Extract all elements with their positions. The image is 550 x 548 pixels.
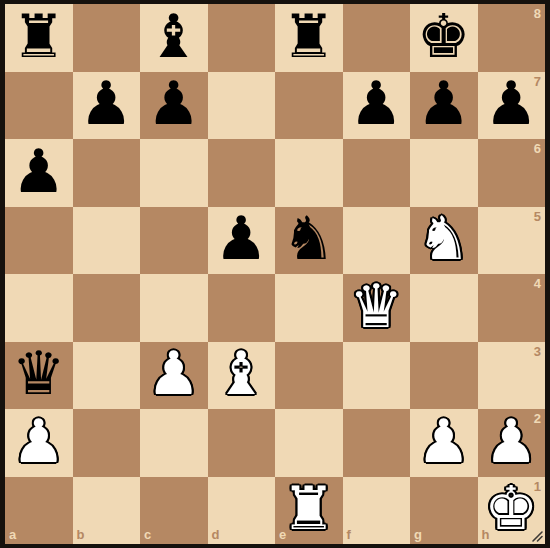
square-h1[interactable]: ♚h1 [478, 477, 546, 545]
square-g6[interactable] [410, 139, 478, 207]
square-c4[interactable] [140, 274, 208, 342]
rank-label-4: 4 [534, 276, 541, 291]
square-h8[interactable]: 8 [478, 4, 546, 72]
black-knight[interactable]: ♞ [282, 208, 336, 268]
black-pawn[interactable]: ♟ [12, 141, 66, 201]
square-b6[interactable] [73, 139, 141, 207]
square-h5[interactable]: 5 [478, 207, 546, 275]
file-label-c: c [144, 527, 151, 542]
square-g4[interactable] [410, 274, 478, 342]
black-queen[interactable]: ♛ [12, 343, 66, 403]
file-label-d: d [212, 527, 220, 542]
square-e8[interactable]: ♜ [275, 4, 343, 72]
rank-label-6: 6 [534, 141, 541, 156]
square-c3[interactable]: ♟ [140, 342, 208, 410]
square-f6[interactable] [343, 139, 411, 207]
square-g2[interactable]: ♟ [410, 409, 478, 477]
square-a5[interactable] [5, 207, 73, 275]
square-e4[interactable] [275, 274, 343, 342]
square-e6[interactable] [275, 139, 343, 207]
square-d1[interactable]: d [208, 477, 276, 545]
file-label-a: a [9, 527, 16, 542]
rank-label-5: 5 [534, 209, 541, 224]
square-b2[interactable] [73, 409, 141, 477]
square-h4[interactable]: 4 [478, 274, 546, 342]
square-e7[interactable] [275, 72, 343, 140]
square-b7[interactable]: ♟ [73, 72, 141, 140]
square-c7[interactable]: ♟ [140, 72, 208, 140]
square-c5[interactable] [140, 207, 208, 275]
square-d6[interactable] [208, 139, 276, 207]
square-h3[interactable]: 3 [478, 342, 546, 410]
square-g3[interactable] [410, 342, 478, 410]
square-c8[interactable]: ♝ [140, 4, 208, 72]
black-king[interactable]: ♚ [417, 6, 471, 66]
black-pawn[interactable]: ♟ [79, 73, 133, 133]
square-b1[interactable]: b [73, 477, 141, 545]
black-pawn[interactable]: ♟ [147, 73, 201, 133]
rank-label-8: 8 [534, 6, 541, 21]
square-f5[interactable] [343, 207, 411, 275]
white-pawn[interactable]: ♟ [12, 411, 66, 471]
board-resize-handle-icon[interactable] [531, 530, 544, 543]
black-rook[interactable]: ♜ [282, 6, 336, 66]
white-bishop[interactable]: ♝ [214, 343, 268, 403]
square-d2[interactable] [208, 409, 276, 477]
chess-board: ♜♝♜♚8♟♟♟♟♟7♟6♟♞♞5♛4♛♟♝3♟♟♟2abcd♜efg♚h1 [5, 4, 545, 544]
square-a2[interactable]: ♟ [5, 409, 73, 477]
square-d3[interactable]: ♝ [208, 342, 276, 410]
square-e2[interactable] [275, 409, 343, 477]
black-pawn[interactable]: ♟ [214, 208, 268, 268]
white-pawn[interactable]: ♟ [417, 411, 471, 471]
square-h2[interactable]: ♟2 [478, 409, 546, 477]
white-rook[interactable]: ♜ [282, 478, 336, 538]
square-c6[interactable] [140, 139, 208, 207]
square-g7[interactable]: ♟ [410, 72, 478, 140]
square-d8[interactable] [208, 4, 276, 72]
square-a4[interactable] [5, 274, 73, 342]
square-f2[interactable] [343, 409, 411, 477]
black-pawn[interactable]: ♟ [484, 73, 538, 133]
square-h6[interactable]: 6 [478, 139, 546, 207]
square-b3[interactable] [73, 342, 141, 410]
square-g1[interactable]: g [410, 477, 478, 545]
square-a3[interactable]: ♛ [5, 342, 73, 410]
square-e1[interactable]: ♜e [275, 477, 343, 545]
black-pawn[interactable]: ♟ [417, 73, 471, 133]
square-h7[interactable]: ♟7 [478, 72, 546, 140]
square-g8[interactable]: ♚ [410, 4, 478, 72]
square-e3[interactable] [275, 342, 343, 410]
square-c2[interactable] [140, 409, 208, 477]
square-c1[interactable]: c [140, 477, 208, 545]
square-a8[interactable]: ♜ [5, 4, 73, 72]
square-a1[interactable]: a [5, 477, 73, 545]
file-label-g: g [414, 527, 422, 542]
file-label-f: f [347, 527, 351, 542]
white-pawn[interactable]: ♟ [484, 411, 538, 471]
white-knight[interactable]: ♞ [417, 208, 471, 268]
square-d5[interactable]: ♟ [208, 207, 276, 275]
white-queen[interactable]: ♛ [349, 276, 403, 336]
square-b5[interactable] [73, 207, 141, 275]
square-g5[interactable]: ♞ [410, 207, 478, 275]
square-b8[interactable] [73, 4, 141, 72]
square-f4[interactable]: ♛ [343, 274, 411, 342]
black-pawn[interactable]: ♟ [349, 73, 403, 133]
square-d4[interactable] [208, 274, 276, 342]
rank-label-3: 3 [534, 344, 541, 359]
square-f8[interactable] [343, 4, 411, 72]
board-frame: ♜♝♜♚8♟♟♟♟♟7♟6♟♞♞5♛4♛♟♝3♟♟♟2abcd♜efg♚h1 [0, 0, 550, 548]
square-f7[interactable]: ♟ [343, 72, 411, 140]
black-rook[interactable]: ♜ [12, 6, 66, 66]
square-a7[interactable] [5, 72, 73, 140]
file-label-b: b [77, 527, 85, 542]
square-b4[interactable] [73, 274, 141, 342]
square-e5[interactable]: ♞ [275, 207, 343, 275]
white-pawn[interactable]: ♟ [147, 343, 201, 403]
square-d7[interactable] [208, 72, 276, 140]
square-f1[interactable]: f [343, 477, 411, 545]
square-a6[interactable]: ♟ [5, 139, 73, 207]
square-f3[interactable] [343, 342, 411, 410]
black-bishop[interactable]: ♝ [147, 6, 201, 66]
